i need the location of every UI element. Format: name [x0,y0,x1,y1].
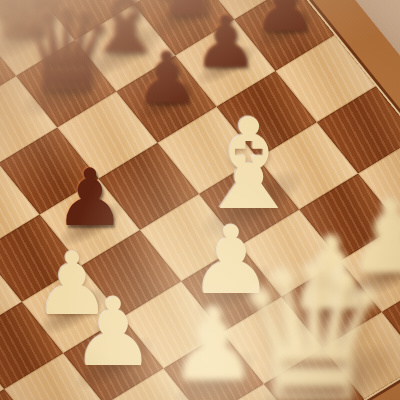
pawn-icon: ♟ [71,286,155,380]
queen-icon: ♛ [231,243,398,400]
chess-board-frame: ♜♚♛♝♞♟♟♟♟♟♟♝♟♟♟♟♟♛ [0,0,400,400]
pawn-icon: ♟ [252,0,317,42]
photo-scene: ♜♚♛♝♞♟♟♟♟♟♟♝♟♟♟♟♟♛ [0,0,400,400]
pawn-icon: ♟ [54,159,125,238]
